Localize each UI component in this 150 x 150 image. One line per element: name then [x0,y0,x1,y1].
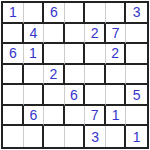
cell-r6c3[interactable] [44,106,65,127]
cell-r1c6[interactable] [106,3,127,24]
puzzle-screen: 16342761226567131 [0,0,150,150]
cell-r2c5[interactable]: 2 [85,24,106,45]
cell-r1c4[interactable] [65,3,86,24]
cell-r4c6[interactable] [106,65,127,86]
cell-r3c5[interactable] [85,44,106,65]
cell-r7c4[interactable] [65,126,86,147]
cell-r4c1[interactable] [3,65,24,86]
sudoku-board: 16342761226567131 [1,1,149,149]
cell-r6c2[interactable]: 6 [24,106,45,127]
cell-r7c1[interactable] [3,126,24,147]
cell-r5c1[interactable] [3,85,24,106]
cell-r7c5[interactable]: 3 [85,126,106,147]
cell-r4c2[interactable] [24,65,45,86]
cell-r3c3[interactable] [44,44,65,65]
cell-r2c1[interactable] [3,24,24,45]
cell-r4c7[interactable] [126,65,147,86]
cell-r7c2[interactable] [24,126,45,147]
cell-r4c4[interactable] [65,65,86,86]
cell-r6c7[interactable] [126,106,147,127]
cell-r1c3[interactable]: 6 [44,3,65,24]
cell-r5c3[interactable] [44,85,65,106]
cell-r5c4[interactable]: 6 [65,85,86,106]
cell-r5c6[interactable] [106,85,127,106]
cell-r7c7[interactable]: 1 [126,126,147,147]
cell-r2c2[interactable]: 4 [24,24,45,45]
cell-r5c7[interactable]: 5 [126,85,147,106]
cell-r1c2[interactable] [24,3,45,24]
cell-r5c5[interactable] [85,85,106,106]
cell-r3c2[interactable]: 1 [24,44,45,65]
cell-r7c6[interactable] [106,126,127,147]
cell-r3c4[interactable] [65,44,86,65]
cell-r3c1[interactable]: 6 [3,44,24,65]
cell-r1c7[interactable]: 3 [126,3,147,24]
cell-r2c3[interactable] [44,24,65,45]
cell-r2c7[interactable] [126,24,147,45]
cell-r1c1[interactable]: 1 [3,3,24,24]
cell-r6c5[interactable]: 7 [85,106,106,127]
cell-r2c6[interactable]: 7 [106,24,127,45]
cell-r6c6[interactable]: 1 [106,106,127,127]
cell-r4c5[interactable] [85,65,106,86]
cell-r2c4[interactable] [65,24,86,45]
cell-r6c4[interactable] [65,106,86,127]
cell-r7c3[interactable] [44,126,65,147]
cell-r1c5[interactable] [85,3,106,24]
cell-r4c3[interactable]: 2 [44,65,65,86]
cell-r6c1[interactable] [3,106,24,127]
cell-r3c6[interactable]: 2 [106,44,127,65]
cell-r3c7[interactable] [126,44,147,65]
cell-r5c2[interactable] [24,85,45,106]
